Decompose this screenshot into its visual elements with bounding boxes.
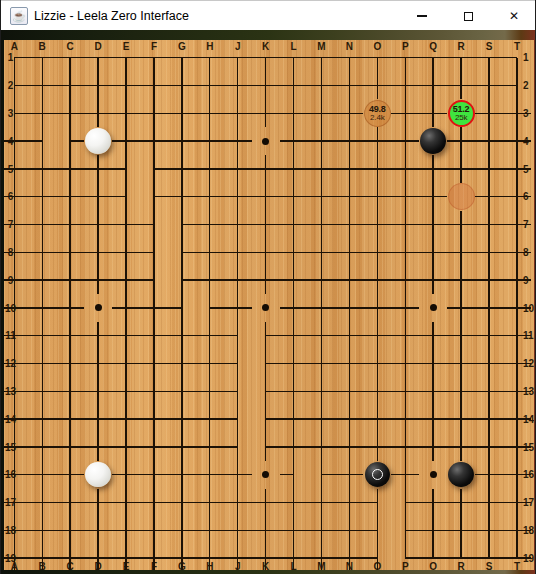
intersection-J14[interactable] xyxy=(475,405,503,433)
intersection-F10[interactable] xyxy=(363,294,391,322)
intersection-N10[interactable] xyxy=(56,322,84,350)
intersection-D15[interactable] xyxy=(335,433,363,461)
intersection-C10[interactable] xyxy=(280,294,308,322)
intersection-F18[interactable] xyxy=(4,544,28,570)
intersection-G6[interactable] xyxy=(307,183,335,211)
intersection-J3[interactable] xyxy=(224,99,252,127)
intersection-C2[interactable] xyxy=(56,72,84,100)
intersection-C8[interactable] xyxy=(224,238,252,266)
intersection-B7[interactable] xyxy=(196,211,224,239)
intersection-C1[interactable] xyxy=(56,44,84,72)
intersection-H1[interactable] xyxy=(196,44,224,72)
intersection-Q7[interactable] xyxy=(56,238,84,266)
intersection-J4[interactable] xyxy=(335,127,363,155)
intersection-H4[interactable] xyxy=(307,127,335,155)
intersection-P11[interactable] xyxy=(112,350,140,378)
intersection-P15[interactable] xyxy=(140,461,168,489)
intersection-R2[interactable] xyxy=(447,72,475,100)
intersection-O4[interactable] xyxy=(503,127,531,155)
intersection-Q13[interactable] xyxy=(140,405,168,433)
intersection-C7[interactable] xyxy=(224,211,252,239)
intersection-C14[interactable] xyxy=(307,405,335,433)
intersection-G17[interactable] xyxy=(28,516,56,544)
intersection-H11[interactable] xyxy=(447,322,475,350)
intersection-J13[interactable] xyxy=(475,377,503,405)
intersection-Q16[interactable] xyxy=(280,489,308,517)
intersection-C9[interactable] xyxy=(224,266,252,294)
intersection-P9[interactable] xyxy=(28,294,56,322)
intersection-D11[interactable] xyxy=(335,322,363,350)
intersection-S7[interactable] xyxy=(112,238,140,266)
intersection-O10[interactable] xyxy=(84,322,112,350)
intersection-Q9[interactable] xyxy=(56,294,84,322)
intersection-P8[interactable] xyxy=(28,266,56,294)
intersection-L7[interactable] xyxy=(447,211,475,239)
intersection-G18[interactable] xyxy=(28,544,56,570)
intersection-Q8[interactable] xyxy=(56,266,84,294)
intersection-B6[interactable] xyxy=(168,183,196,211)
intersection-J15[interactable] xyxy=(475,433,503,461)
intersection-N15[interactable] xyxy=(56,461,84,489)
intersection-J6[interactable] xyxy=(363,183,391,211)
intersection-K12[interactable] xyxy=(503,350,531,378)
intersection-R4[interactable] xyxy=(56,155,84,183)
intersection-K18[interactable] xyxy=(112,544,140,570)
intersection-E7[interactable] xyxy=(280,211,308,239)
intersection-E19[interactable] xyxy=(503,544,531,570)
intersection-O1[interactable] xyxy=(363,44,391,72)
intersection-L11[interactable] xyxy=(4,350,28,378)
intersection-Q10[interactable] xyxy=(140,322,168,350)
intersection-G4[interactable] xyxy=(280,127,308,155)
intersection-G14[interactable] xyxy=(419,405,447,433)
intersection-T18[interactable] xyxy=(363,544,391,570)
intersection-G1[interactable] xyxy=(168,44,196,72)
intersection-R14[interactable] xyxy=(168,433,196,461)
analysis-best-R3[interactable]: 51.225k xyxy=(447,99,475,127)
intersection-Q12[interactable] xyxy=(140,377,168,405)
intersection-R18[interactable] xyxy=(307,544,335,570)
intersection-C19[interactable] xyxy=(447,544,475,570)
intersection-B11[interactable] xyxy=(280,322,308,350)
intersection-E13[interactable] xyxy=(363,377,391,405)
intersection-A8[interactable] xyxy=(168,238,196,266)
intersection-B4[interactable] xyxy=(112,127,140,155)
intersection-S18[interactable] xyxy=(335,544,363,570)
intersection-P17[interactable] xyxy=(252,516,280,544)
intersection-H6[interactable] xyxy=(335,183,363,211)
intersection-R17[interactable] xyxy=(307,516,335,544)
intersection-A1[interactable] xyxy=(4,44,28,72)
intersection-D12[interactable] xyxy=(335,350,363,378)
intersection-F16[interactable] xyxy=(4,489,28,517)
intersection-S2[interactable] xyxy=(475,72,503,100)
intersection-L2[interactable] xyxy=(280,72,308,100)
intersection-A19[interactable] xyxy=(391,544,419,570)
intersection-D3[interactable] xyxy=(84,99,112,127)
intersection-D7[interactable] xyxy=(252,211,280,239)
intersection-Q18[interactable] xyxy=(280,544,308,570)
intersection-O18[interactable] xyxy=(224,544,252,570)
intersection-B9[interactable] xyxy=(196,266,224,294)
intersection-N13[interactable] xyxy=(56,405,84,433)
intersection-Q2[interactable] xyxy=(419,72,447,100)
intersection-T9[interactable] xyxy=(168,294,196,322)
intersection-O11[interactable] xyxy=(84,350,112,378)
intersection-A5[interactable] xyxy=(140,155,168,183)
intersection-N1[interactable] xyxy=(335,44,363,72)
intersection-N14[interactable] xyxy=(56,433,84,461)
intersection-F5[interactable] xyxy=(280,155,308,183)
intersection-F12[interactable] xyxy=(391,350,419,378)
intersection-M17[interactable] xyxy=(168,516,196,544)
intersection-T1[interactable] xyxy=(503,44,531,72)
intersection-R7[interactable] xyxy=(84,238,112,266)
intersection-T14[interactable] xyxy=(224,433,252,461)
intersection-O5[interactable] xyxy=(503,155,531,183)
intersection-C12[interactable] xyxy=(307,350,335,378)
intersection-O17[interactable] xyxy=(224,516,252,544)
intersection-C11[interactable] xyxy=(307,322,335,350)
intersection-N6[interactable] xyxy=(503,183,531,211)
intersection-E10[interactable] xyxy=(335,294,363,322)
intersection-P6[interactable] xyxy=(28,211,56,239)
intersection-H17[interactable] xyxy=(56,516,84,544)
intersection-A14[interactable] xyxy=(252,405,280,433)
intersection-S16[interactable] xyxy=(335,489,363,517)
intersection-D17[interactable] xyxy=(475,489,503,517)
intersection-Q11[interactable] xyxy=(140,350,168,378)
intersection-F6[interactable] xyxy=(280,183,308,211)
intersection-D4[interactable] xyxy=(168,127,196,155)
intersection-J11[interactable] xyxy=(475,322,503,350)
intersection-S17[interactable] xyxy=(335,516,363,544)
intersection-J1[interactable] xyxy=(224,44,252,72)
intersection-M2[interactable] xyxy=(307,72,335,100)
intersection-S12[interactable] xyxy=(196,377,224,405)
intersection-R11[interactable] xyxy=(168,350,196,378)
intersection-G13[interactable] xyxy=(419,377,447,405)
intersection-O6[interactable] xyxy=(4,211,28,239)
analysis-ghost-R6[interactable] xyxy=(447,183,475,211)
intersection-S11[interactable] xyxy=(196,350,224,378)
intersection-N8[interactable] xyxy=(503,238,531,266)
intersection-M12[interactable] xyxy=(28,377,56,405)
intersection-Q15[interactable] xyxy=(168,461,196,489)
intersection-L12[interactable] xyxy=(4,377,28,405)
intersection-F14[interactable] xyxy=(391,405,419,433)
intersection-N5[interactable] xyxy=(475,155,503,183)
intersection-Q14[interactable] xyxy=(140,433,168,461)
intersection-G15[interactable] xyxy=(419,433,447,461)
intersection-O12[interactable] xyxy=(84,377,112,405)
intersection-O16[interactable] xyxy=(224,489,252,517)
intersection-C18[interactable] xyxy=(447,516,475,544)
intersection-H15[interactable] xyxy=(447,433,475,461)
intersection-O8[interactable] xyxy=(4,266,28,294)
intersection-M4[interactable] xyxy=(447,127,475,155)
intersection-P12[interactable] xyxy=(112,377,140,405)
intersection-F1[interactable] xyxy=(140,44,168,72)
intersection-R1[interactable] xyxy=(447,44,475,72)
intersection-T10[interactable] xyxy=(224,322,252,350)
intersection-L6[interactable] xyxy=(419,183,447,211)
intersection-M14[interactable] xyxy=(28,433,56,461)
intersection-A7[interactable] xyxy=(168,211,196,239)
intersection-B14[interactable] xyxy=(280,405,308,433)
intersection-A2[interactable] xyxy=(4,72,28,100)
intersection-E16[interactable] xyxy=(503,461,531,489)
intersection-E14[interactable] xyxy=(363,405,391,433)
intersection-M3[interactable] xyxy=(307,99,335,127)
intersection-E6[interactable] xyxy=(252,183,280,211)
intersection-P2[interactable] xyxy=(391,72,419,100)
minimize-button[interactable] xyxy=(399,1,445,31)
intersection-P1[interactable] xyxy=(391,44,419,72)
intersection-O2[interactable] xyxy=(363,72,391,100)
intersection-C4[interactable] xyxy=(140,127,168,155)
maximize-button[interactable] xyxy=(445,1,491,31)
intersection-J17[interactable] xyxy=(84,516,112,544)
intersection-D19[interactable] xyxy=(475,544,503,570)
intersection-H14[interactable] xyxy=(447,405,475,433)
intersection-K9[interactable] xyxy=(419,266,447,294)
intersection-M1[interactable] xyxy=(307,44,335,72)
intersection-M18[interactable] xyxy=(168,544,196,570)
intersection-K10[interactable] xyxy=(503,294,531,322)
intersection-H18[interactable] xyxy=(56,544,84,570)
intersection-P13[interactable] xyxy=(112,405,140,433)
intersection-T3[interactable] xyxy=(28,127,56,155)
intersection-D13[interactable] xyxy=(335,377,363,405)
intersection-M15[interactable] xyxy=(28,461,56,489)
intersection-H3[interactable] xyxy=(196,99,224,127)
intersection-B1[interactable] xyxy=(28,44,56,72)
intersection-J16[interactable] xyxy=(84,489,112,517)
intersection-L1[interactable] xyxy=(280,44,308,72)
intersection-E12[interactable] xyxy=(363,350,391,378)
intersection-S15[interactable] xyxy=(224,461,252,489)
intersection-T4[interactable] xyxy=(112,155,140,183)
intersection-H10[interactable] xyxy=(447,294,475,322)
intersection-M13[interactable] xyxy=(28,405,56,433)
intersection-D2[interactable] xyxy=(84,72,112,100)
intersection-M7[interactable] xyxy=(475,211,503,239)
intersection-B16[interactable] xyxy=(335,461,363,489)
intersection-N2[interactable] xyxy=(335,72,363,100)
intersection-P7[interactable] xyxy=(28,238,56,266)
intersection-Q1[interactable] xyxy=(419,44,447,72)
intersection-L15[interactable] xyxy=(4,461,28,489)
intersection-K6[interactable] xyxy=(391,183,419,211)
intersection-Q17[interactable] xyxy=(280,516,308,544)
intersection-S5[interactable] xyxy=(84,183,112,211)
intersection-F9[interactable] xyxy=(307,266,335,294)
intersection-L3[interactable] xyxy=(280,99,308,127)
intersection-K16[interactable] xyxy=(112,489,140,517)
intersection-C6[interactable] xyxy=(196,183,224,211)
intersection-F3[interactable] xyxy=(140,99,168,127)
intersection-K14[interactable] xyxy=(503,405,531,433)
intersection-P4[interactable] xyxy=(4,155,28,183)
intersection-T6[interactable] xyxy=(140,211,168,239)
intersection-T12[interactable] xyxy=(224,377,252,405)
intersection-K8[interactable] xyxy=(419,238,447,266)
intersection-O9[interactable] xyxy=(4,294,28,322)
intersection-G11[interactable] xyxy=(419,322,447,350)
intersection-S13[interactable] xyxy=(196,405,224,433)
intersection-N18[interactable] xyxy=(196,544,224,570)
intersection-A15[interactable] xyxy=(252,433,280,461)
intersection-B10[interactable] xyxy=(224,294,252,322)
intersection-L10[interactable] xyxy=(4,322,28,350)
intersection-T15[interactable] xyxy=(280,461,308,489)
intersection-J9[interactable] xyxy=(391,266,419,294)
intersection-R15[interactable] xyxy=(196,461,224,489)
intersection-D9[interactable] xyxy=(252,266,280,294)
intersection-A17[interactable] xyxy=(391,489,419,517)
intersection-C3[interactable] xyxy=(56,99,84,127)
intersection-D18[interactable] xyxy=(475,516,503,544)
intersection-N12[interactable] xyxy=(56,377,84,405)
intersection-T8[interactable] xyxy=(140,266,168,294)
intersection-A16[interactable] xyxy=(307,461,335,489)
intersection-M10[interactable] xyxy=(28,322,56,350)
intersection-F2[interactable] xyxy=(140,72,168,100)
intersection-F11[interactable] xyxy=(391,322,419,350)
intersection-P18[interactable] xyxy=(252,544,280,570)
intersection-D8[interactable] xyxy=(252,238,280,266)
intersection-M16[interactable] xyxy=(168,489,196,517)
intersection-N3[interactable] xyxy=(335,99,363,127)
intersection-L4[interactable] xyxy=(391,127,419,155)
intersection-A13[interactable] xyxy=(252,377,280,405)
intersection-J10[interactable] xyxy=(475,294,503,322)
intersection-G8[interactable] xyxy=(335,238,363,266)
intersection-D16[interactable] xyxy=(475,461,503,489)
intersection-T7[interactable] xyxy=(140,238,168,266)
intersection-E1[interactable] xyxy=(112,44,140,72)
intersection-E15[interactable] xyxy=(363,433,391,461)
intersection-E3[interactable] xyxy=(112,99,140,127)
intersection-D6[interactable] xyxy=(224,183,252,211)
intersection-Q6[interactable] xyxy=(56,211,84,239)
intersection-G12[interactable] xyxy=(419,350,447,378)
intersection-B12[interactable] xyxy=(280,350,308,378)
intersection-H12[interactable] xyxy=(447,350,475,378)
titlebar[interactable]: ☕ Lizzie - Leela Zero Interface ✕ xyxy=(1,0,536,30)
intersection-P14[interactable] xyxy=(112,433,140,461)
intersection-B3[interactable] xyxy=(28,99,56,127)
intersection-K11[interactable] xyxy=(503,322,531,350)
intersection-T5[interactable] xyxy=(112,183,140,211)
intersection-R8[interactable] xyxy=(84,266,112,294)
intersection-J5[interactable] xyxy=(363,155,391,183)
intersection-A6[interactable] xyxy=(140,183,168,211)
intersection-K17[interactable] xyxy=(112,516,140,544)
intersection-H8[interactable] xyxy=(363,238,391,266)
intersection-B19[interactable] xyxy=(419,544,447,570)
intersection-K1[interactable] xyxy=(252,44,280,72)
intersection-N9[interactable] xyxy=(503,266,531,294)
intersection-H9[interactable] xyxy=(363,266,391,294)
intersection-J12[interactable] xyxy=(475,350,503,378)
intersection-L5[interactable] xyxy=(419,155,447,183)
intersection-T17[interactable] xyxy=(363,516,391,544)
intersection-D10[interactable] xyxy=(307,294,335,322)
intersection-H7[interactable] xyxy=(363,211,391,239)
intersection-K13[interactable] xyxy=(503,377,531,405)
intersection-L13[interactable] xyxy=(4,405,28,433)
intersection-H2[interactable] xyxy=(196,72,224,100)
intersection-C15[interactable] xyxy=(307,433,335,461)
intersection-P16[interactable] xyxy=(252,489,280,517)
intersection-G10[interactable] xyxy=(391,294,419,322)
intersection-N17[interactable] xyxy=(196,516,224,544)
intersection-A4[interactable] xyxy=(56,127,84,155)
intersection-L9[interactable] xyxy=(447,266,475,294)
intersection-L18[interactable] xyxy=(140,544,168,570)
intersection-L16[interactable] xyxy=(140,489,168,517)
intersection-R10[interactable] xyxy=(168,322,196,350)
intersection-J2[interactable] xyxy=(224,72,252,100)
intersection-R12[interactable] xyxy=(168,377,196,405)
intersection-R13[interactable] xyxy=(168,405,196,433)
intersection-K2[interactable] xyxy=(252,72,280,100)
intersection-E4[interactable] xyxy=(196,127,224,155)
intersection-B13[interactable] xyxy=(280,377,308,405)
intersection-O15[interactable] xyxy=(112,461,140,489)
intersection-P5[interactable] xyxy=(4,183,28,211)
intersection-H16[interactable] xyxy=(56,489,84,517)
intersection-S4[interactable] xyxy=(84,155,112,183)
intersection-B5[interactable] xyxy=(168,155,196,183)
intersection-E9[interactable] xyxy=(280,266,308,294)
intersection-F17[interactable] xyxy=(4,516,28,544)
intersection-A12[interactable] xyxy=(252,350,280,378)
intersection-N16[interactable] xyxy=(196,489,224,517)
intersection-M11[interactable] xyxy=(28,350,56,378)
intersection-H5[interactable] xyxy=(335,155,363,183)
intersection-E11[interactable] xyxy=(363,322,391,350)
intersection-B17[interactable] xyxy=(419,489,447,517)
intersection-R6[interactable] xyxy=(84,211,112,239)
intersection-T2[interactable] xyxy=(503,72,531,100)
intersection-J7[interactable] xyxy=(391,211,419,239)
intersection-K5[interactable] xyxy=(391,155,419,183)
intersection-G16[interactable] xyxy=(28,489,56,517)
intersection-L17[interactable] xyxy=(140,516,168,544)
intersection-A3[interactable] xyxy=(4,99,28,127)
intersection-N7[interactable] xyxy=(503,211,531,239)
intersection-G5[interactable] xyxy=(307,155,335,183)
analysis-candidate-O3[interactable]: 49.82.4k xyxy=(363,99,391,127)
intersection-T13[interactable] xyxy=(224,405,252,433)
intersection-K15[interactable] xyxy=(503,433,531,461)
intersection-N4[interactable] xyxy=(475,127,503,155)
intersection-Q5[interactable] xyxy=(28,183,56,211)
intersection-S3[interactable] xyxy=(4,127,28,155)
intersection-P3[interactable] xyxy=(419,99,447,127)
intersection-S8[interactable] xyxy=(112,266,140,294)
intersection-N11[interactable] xyxy=(56,350,84,378)
intersection-F7[interactable] xyxy=(307,211,335,239)
intersection-F4[interactable] xyxy=(224,127,252,155)
intersection-G7[interactable] xyxy=(335,211,363,239)
intersection-D14[interactable] xyxy=(335,405,363,433)
intersection-S1[interactable] xyxy=(475,44,503,72)
intersection-A9[interactable] xyxy=(168,266,196,294)
